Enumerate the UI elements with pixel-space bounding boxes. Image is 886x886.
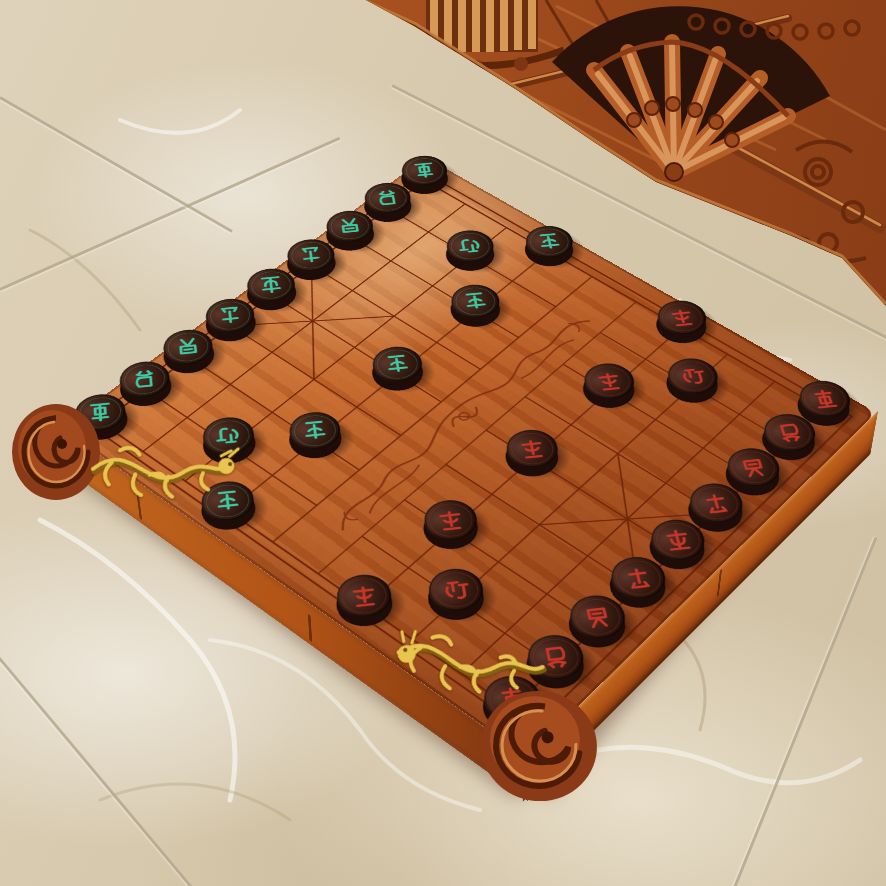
piece-character-將 (256, 274, 286, 296)
piece-black-soldier[interactable] (280, 415, 351, 467)
piece-character-士 (296, 245, 326, 266)
piece-character-相 (735, 455, 771, 480)
piece-character-炮 (676, 364, 711, 387)
piece-red-soldier[interactable] (496, 433, 567, 486)
piece-red-soldier[interactable] (414, 503, 488, 559)
piece-character-兵 (515, 436, 549, 461)
piece-character-象 (173, 336, 203, 359)
piece-character-卒 (459, 290, 491, 312)
piece-red-soldier[interactable] (574, 367, 643, 417)
piece-character-相 (579, 603, 616, 631)
piece-character-馬 (373, 188, 403, 208)
piece-character-仕 (620, 564, 657, 592)
piece-black-soldier[interactable] (441, 288, 508, 335)
piece-black-soldier[interactable] (516, 230, 581, 274)
piece-character-兵 (347, 582, 382, 610)
piece-character-俥 (807, 387, 843, 411)
drawer-seam[interactable] (717, 568, 722, 597)
piece-character-士 (215, 304, 245, 326)
piece-character-傌 (772, 420, 808, 445)
piece-character-兵 (666, 306, 700, 328)
piece-black-soldier[interactable] (363, 350, 432, 399)
piece-black-cannon[interactable] (437, 234, 503, 279)
piece-character-卒 (299, 418, 331, 442)
piece-character-卒 (533, 231, 565, 252)
piece-red-soldier[interactable] (648, 304, 715, 351)
piece-character-車 (410, 161, 440, 180)
drawer-seam[interactable] (308, 614, 312, 642)
piece-character-仕 (698, 490, 735, 516)
piece-character-兵 (434, 507, 469, 533)
piece-character-帥 (660, 526, 697, 553)
piece-character-象 (335, 216, 365, 237)
piece-character-馬 (130, 368, 160, 391)
piece-character-卒 (381, 352, 413, 375)
piece-character-兵 (592, 370, 626, 394)
piece-character-砲 (455, 236, 486, 257)
piece-red-cannon[interactable] (657, 362, 726, 412)
